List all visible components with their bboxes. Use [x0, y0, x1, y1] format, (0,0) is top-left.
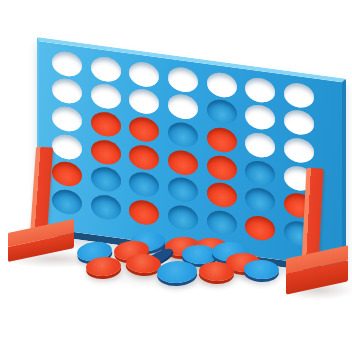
blue-disc-in-hole: [207, 98, 237, 126]
blue-disc-in-hole: [245, 159, 275, 187]
blue-disc-in-hole: [129, 171, 159, 199]
cell-r6c5: [202, 206, 241, 239]
red-disc-in-hole: [245, 214, 275, 242]
cell-r6c6: [241, 212, 280, 245]
empty-hole: [129, 60, 159, 88]
empty-hole: [91, 55, 121, 83]
empty-hole: [129, 88, 159, 116]
empty-hole: [284, 109, 314, 137]
empty-hole: [284, 81, 314, 109]
blue-disc-in-hole: [168, 203, 198, 231]
red-disc-in-hole: [168, 148, 198, 176]
red-disc-in-hole: [207, 154, 237, 182]
red-disc-in-hole: [129, 115, 159, 143]
red-disc-in-hole: [91, 110, 121, 138]
blue-disc-in-hole: [207, 209, 237, 237]
red-disc-in-hole: [91, 138, 121, 166]
empty-hole: [52, 105, 82, 133]
blue-disc-in-hole: [245, 186, 275, 214]
board-grid: [39, 41, 342, 253]
empty-hole: [168, 93, 198, 121]
blue-disc-in-hole: [52, 188, 82, 216]
empty-hole: [52, 50, 82, 78]
blue-disc-in-hole: [91, 165, 121, 193]
empty-hole: [52, 77, 82, 105]
red-disc-in-hole: [207, 181, 237, 209]
red-disc-in-hole: [52, 160, 82, 188]
cell-r6c1: [48, 185, 87, 218]
empty-hole: [168, 66, 198, 94]
empty-hole: [91, 83, 121, 111]
empty-hole: [284, 136, 314, 164]
loose-disc-red: [198, 261, 234, 281]
blue-disc-in-hole: [168, 176, 198, 204]
connect-four-photo: [0, 0, 352, 352]
red-disc-in-hole: [207, 126, 237, 154]
empty-hole: [245, 131, 275, 159]
blue-disc-in-hole: [168, 121, 198, 149]
loose-disc-blue: [156, 260, 197, 284]
empty-hole: [245, 76, 275, 104]
empty-hole: [207, 71, 237, 99]
cell-r6c3: [125, 196, 164, 229]
empty-hole: [245, 104, 275, 132]
cell-r6c2: [87, 191, 126, 224]
blue-disc-in-hole: [91, 193, 121, 221]
cell-r6c4: [164, 201, 203, 234]
empty-hole: [52, 133, 82, 161]
red-disc-in-hole: [129, 198, 159, 226]
red-disc-in-hole: [129, 143, 159, 171]
loose-disc-blue: [243, 259, 279, 279]
